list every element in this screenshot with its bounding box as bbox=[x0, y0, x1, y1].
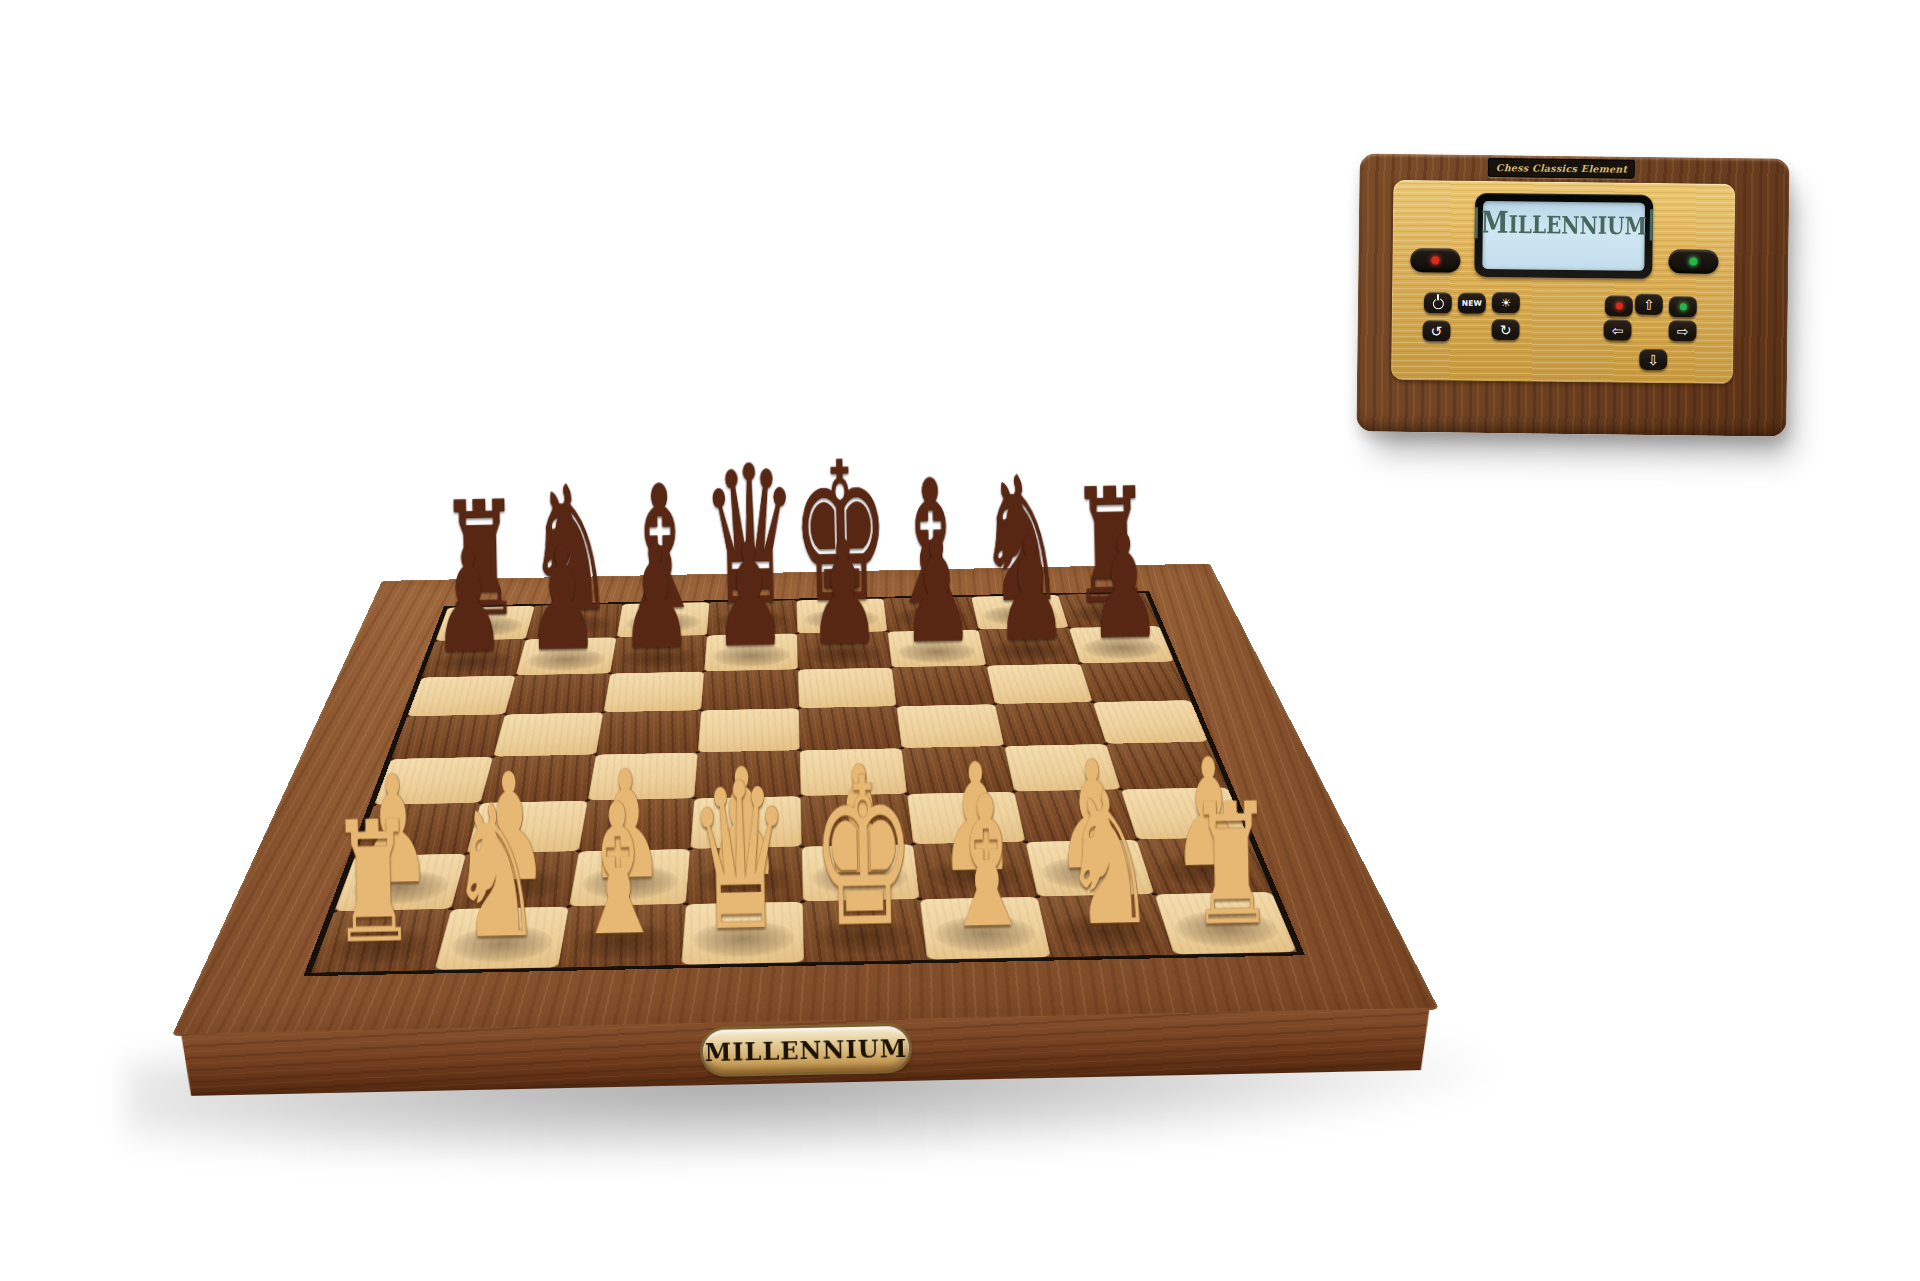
piece-white-b-f1[interactable]: ♝ bbox=[939, 772, 1034, 955]
piece-black-p-d7[interactable]: ♟ bbox=[712, 523, 787, 668]
piece-black-p-g7[interactable]: ♟ bbox=[993, 518, 1068, 663]
square-f1[interactable]: ♝ bbox=[920, 897, 1051, 960]
lcd-screen: MILLENNIUM bbox=[1482, 201, 1645, 271]
red-led-dot-icon bbox=[1431, 256, 1439, 264]
red-confirm-button[interactable] bbox=[1605, 295, 1633, 316]
piece-black-p-e7[interactable]: ♟ bbox=[806, 522, 881, 667]
square-d1[interactable]: ♛ bbox=[681, 901, 804, 964]
arrow-down-icon: ⇩ bbox=[1647, 351, 1659, 367]
piece-black-p-f7[interactable]: ♟ bbox=[899, 520, 974, 665]
square-a7[interactable]: ♟ bbox=[422, 639, 526, 677]
square-g1[interactable]: ♞ bbox=[1037, 894, 1174, 957]
power-button[interactable] bbox=[1424, 292, 1452, 313]
square-h6[interactable] bbox=[1080, 661, 1190, 702]
arrow-left-icon: ⇦ bbox=[1612, 322, 1624, 338]
millennium-nameplate: MILLENNIUM bbox=[703, 1026, 910, 1074]
square-a1[interactable]: ♜ bbox=[311, 909, 451, 973]
control-unit: Chess Classics Element MILLENNIUM NEW bbox=[1356, 153, 1789, 436]
square-b6[interactable] bbox=[505, 673, 610, 714]
model-label-plate: Chess Classics Element bbox=[1488, 158, 1636, 179]
undo-button[interactable]: ↺ bbox=[1422, 320, 1450, 341]
square-b1[interactable]: ♞ bbox=[435, 906, 569, 970]
lcd-logo-text: MILLENNIUM bbox=[1475, 207, 1653, 241]
piece-white-k-e1[interactable]: ♚ bbox=[809, 750, 917, 957]
model-label-text: Chess Classics Element bbox=[1496, 162, 1628, 175]
piece-white-n-g1[interactable]: ♞ bbox=[1061, 767, 1157, 952]
power-icon bbox=[1432, 298, 1443, 309]
board-tilt: ♜♞♝♛♚♝♞♜♟♟♟♟♟♟♟♟♟♟♟♟♟♟♟♟♜♞♝♛♚♝♞♜ bbox=[172, 564, 1440, 1037]
lamp-button[interactable]: ☀ bbox=[1492, 292, 1520, 313]
product-photo-stage: ♜♞♝♛♚♝♞♜♟♟♟♟♟♟♟♟♟♟♟♟♟♟♟♟♜♞♝♛♚♝♞♜ MILLENN… bbox=[0, 0, 1920, 1281]
square-e6[interactable] bbox=[798, 667, 897, 708]
lamp-icon: ☀ bbox=[1500, 296, 1511, 310]
piece-black-p-b7[interactable]: ♟ bbox=[524, 527, 599, 672]
board-wood-frame: ♜♞♝♛♚♝♞♜♟♟♟♟♟♟♟♟♟♟♟♟♟♟♟♟♜♞♝♛♚♝♞♜ bbox=[172, 564, 1440, 1037]
left-button[interactable]: ⇦ bbox=[1603, 319, 1631, 340]
nameplate-text: MILLENNIUM bbox=[704, 1033, 907, 1067]
piece-white-b-c1[interactable]: ♝ bbox=[571, 779, 666, 962]
board-playing-area: ♜♞♝♛♚♝♞♜♟♟♟♟♟♟♟♟♟♟♟♟♟♟♟♟♜♞♝♛♚♝♞♜ bbox=[303, 591, 1305, 976]
piece-black-p-c7[interactable]: ♟ bbox=[618, 525, 693, 670]
control-panel: MILLENNIUM NEW ☀ ↺ ↻ bbox=[1391, 180, 1735, 384]
piece-white-q-d1[interactable]: ♛ bbox=[687, 755, 793, 959]
red-led-button[interactable] bbox=[1410, 248, 1460, 273]
piece-white-r-h1[interactable]: ♜ bbox=[1188, 780, 1276, 949]
square-e7[interactable]: ♟ bbox=[797, 632, 892, 670]
square-b7[interactable]: ♟ bbox=[516, 637, 616, 675]
square-f6[interactable] bbox=[892, 665, 995, 706]
square-e1[interactable]: ♚ bbox=[803, 899, 927, 962]
square-a6[interactable] bbox=[407, 675, 516, 716]
arrow-right-icon: ⇨ bbox=[1677, 323, 1689, 339]
square-h1[interactable]: ♜ bbox=[1154, 892, 1297, 955]
square-g6[interactable] bbox=[986, 663, 1092, 704]
up-button[interactable]: ⇧ bbox=[1635, 294, 1663, 315]
right-button[interactable]: ⇨ bbox=[1668, 320, 1696, 341]
new-button-label: NEW bbox=[1462, 299, 1482, 308]
arrow-up-icon: ⇧ bbox=[1643, 296, 1655, 312]
red-dot-icon bbox=[1615, 303, 1622, 310]
green-led-button[interactable] bbox=[1668, 249, 1718, 274]
square-f7[interactable]: ♟ bbox=[888, 630, 986, 668]
square-d6[interactable] bbox=[701, 669, 799, 710]
down-button[interactable]: ⇩ bbox=[1639, 349, 1667, 370]
piece-white-n-b1[interactable]: ♞ bbox=[447, 779, 543, 964]
green-confirm-button[interactable] bbox=[1669, 296, 1697, 317]
chess-board-scene: ♜♞♝♛♚♝♞♜♟♟♟♟♟♟♟♟♟♟♟♟♟♟♟♟♜♞♝♛♚♝♞♜ MILLENN… bbox=[145, 0, 1447, 1281]
square-d7[interactable]: ♟ bbox=[704, 634, 798, 672]
square-h7[interactable]: ♟ bbox=[1069, 626, 1174, 664]
redo-button[interactable]: ↻ bbox=[1491, 319, 1519, 340]
chess-board-grid: ♜♞♝♛♚♝♞♜♟♟♟♟♟♟♟♟♟♟♟♟♟♟♟♟♜♞♝♛♚♝♞♜ bbox=[311, 593, 1296, 973]
piece-white-r-a1[interactable]: ♜ bbox=[329, 798, 417, 967]
lcd-display: MILLENNIUM bbox=[1474, 193, 1653, 279]
new-game-button[interactable]: NEW bbox=[1458, 293, 1486, 314]
green-led-dot-icon bbox=[1689, 257, 1697, 265]
undo-icon: ↺ bbox=[1431, 323, 1443, 339]
piece-black-p-h7[interactable]: ♟ bbox=[1087, 516, 1162, 661]
square-c6[interactable] bbox=[603, 671, 704, 712]
square-c7[interactable]: ♟ bbox=[610, 635, 707, 673]
piece-black-p-a7[interactable]: ♟ bbox=[431, 529, 506, 674]
square-c1[interactable]: ♝ bbox=[558, 904, 686, 968]
redo-icon: ↻ bbox=[1500, 322, 1512, 338]
square-g7[interactable]: ♟ bbox=[978, 628, 1080, 666]
green-dot-icon bbox=[1679, 303, 1686, 310]
